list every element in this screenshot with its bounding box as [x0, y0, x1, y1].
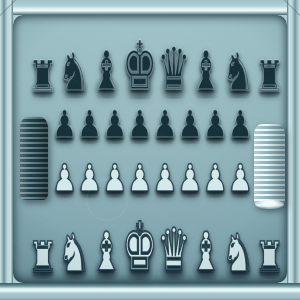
piece-row-light-pawns: ♟♟♟♟♟♟♟♟: [52, 153, 249, 197]
checkers-stack-dark[interactable]: [20, 117, 48, 200]
piece-dark-pawn[interactable]: ♟: [203, 106, 228, 144]
storage-tray: ♜♞♝♚♛♝♞♜ ♟♟♟♟♟♟♟♟ ♟♟♟♟♟♟♟♟ ♜♞♝♚♛♝♞♜: [13, 15, 287, 283]
piece-light-knight[interactable]: ♞: [58, 227, 91, 280]
piece-dark-pawn[interactable]: ♟: [102, 106, 127, 144]
piece-light-bishop[interactable]: ♝: [190, 226, 221, 279]
piece-light-pawn[interactable]: ♟: [102, 160, 127, 198]
frame-miter-top-left: [0, 0, 16, 16]
piece-light-bishop[interactable]: ♝: [91, 226, 122, 279]
box-frame-bottom: [0, 283, 300, 300]
piece-dark-pawn[interactable]: ♟: [52, 106, 77, 144]
piece-row-dark-pawns: ♟♟♟♟♟♟♟♟: [52, 101, 249, 143]
piece-dark-pawn[interactable]: ♟: [228, 106, 253, 144]
piece-row-light-majors: ♜♞♝♚♛♝♞♜: [28, 206, 276, 278]
frame-miter-top-right: [284, 0, 300, 16]
piece-dark-pawn[interactable]: ♟: [178, 106, 203, 144]
piece-light-king[interactable]: ♚: [122, 213, 157, 280]
piece-row-dark-majors: ♜♞♝♚♛♝♞♜: [28, 23, 276, 97]
piece-light-rook[interactable]: ♜: [255, 236, 285, 278]
piece-light-rook[interactable]: ♜: [28, 236, 58, 278]
piece-light-pawn[interactable]: ♟: [127, 160, 152, 198]
piece-dark-pawn[interactable]: ♟: [152, 106, 177, 144]
piece-light-pawn[interactable]: ♟: [52, 160, 77, 198]
piece-light-pawn[interactable]: ♟: [152, 160, 177, 198]
piece-light-pawn[interactable]: ♟: [77, 160, 102, 198]
chess-set-photo: ♜♞♝♚♛♝♞♜ ♟♟♟♟♟♟♟♟ ♟♟♟♟♟♟♟♟ ♜♞♝♚♛♝♞♜: [0, 0, 300, 300]
checkers-stack-light[interactable]: [254, 124, 285, 207]
box-frame-left: [0, 0, 13, 300]
piece-dark-knight[interactable]: ♞: [222, 46, 255, 99]
piece-light-queen[interactable]: ♛: [157, 221, 190, 279]
piece-light-pawn[interactable]: ♟: [178, 160, 203, 198]
piece-dark-bishop[interactable]: ♝: [190, 45, 221, 98]
piece-dark-pawn[interactable]: ♟: [77, 106, 102, 144]
piece-dark-rook[interactable]: ♜: [28, 55, 58, 97]
piece-dark-queen[interactable]: ♛: [157, 40, 190, 98]
piece-dark-bishop[interactable]: ♝: [91, 45, 122, 98]
piece-dark-knight[interactable]: ♞: [58, 46, 91, 99]
piece-light-pawn[interactable]: ♟: [228, 160, 253, 198]
box-frame-right: [287, 0, 300, 300]
piece-light-pawn[interactable]: ♟: [203, 160, 228, 198]
piece-light-knight[interactable]: ♞: [222, 227, 255, 280]
piece-dark-pawn[interactable]: ♟: [127, 106, 152, 144]
piece-dark-king[interactable]: ♚: [122, 32, 157, 99]
piece-dark-rook[interactable]: ♜: [255, 55, 285, 97]
box-frame-top: [0, 0, 300, 15]
